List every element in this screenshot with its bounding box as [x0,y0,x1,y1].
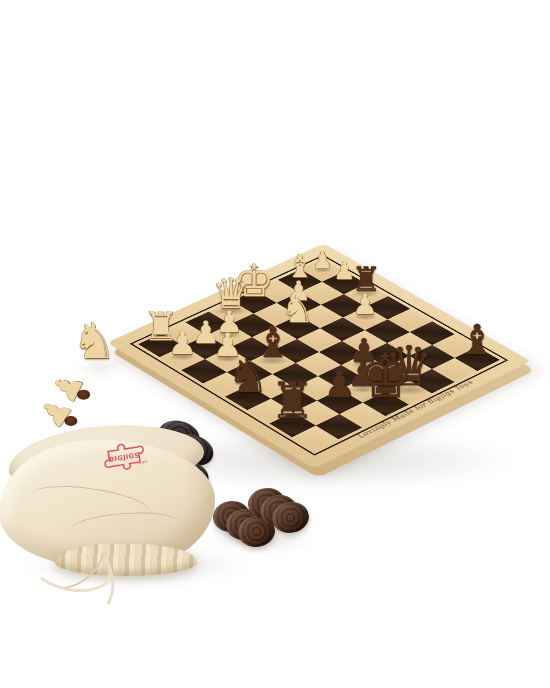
logo-sub-text: toys [138,459,148,465]
drawstring-cord [15,538,155,608]
drawstring-bag: BIGJIGS toys [0,418,230,593]
white-knight-glyph: ♞ [72,312,117,370]
product-photo-stage: Lovingly Made for Bigjigs Toys ♚♛♝♜♟♟♟♞♝… [0,0,550,688]
offboard-white-knight: ♞ [72,316,117,366]
pawn-felt-base [77,390,90,400]
cord-knot [101,551,107,557]
